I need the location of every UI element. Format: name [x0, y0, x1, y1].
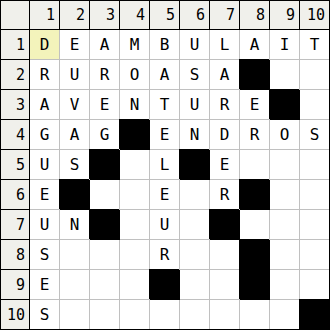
grid-cell[interactable]: A	[30, 90, 60, 120]
grid-cell[interactable]	[150, 300, 180, 330]
grid-cell[interactable]: R	[90, 60, 120, 90]
grid-cell[interactable]: G	[90, 120, 120, 150]
grid-cell[interactable]	[270, 60, 300, 90]
grid-cell[interactable]: E	[30, 180, 60, 210]
col-header: 4	[120, 0, 150, 30]
grid-cell[interactable]	[120, 150, 150, 180]
black-cell	[240, 270, 270, 300]
grid-cell[interactable]	[180, 240, 210, 270]
grid-cell[interactable]: U	[180, 30, 210, 60]
grid-cell[interactable]	[270, 150, 300, 180]
row-header: 1	[0, 30, 30, 60]
col-header: 6	[180, 0, 210, 30]
grid-cell[interactable]: S	[60, 150, 90, 180]
grid-cell[interactable]	[180, 210, 210, 240]
corner-header	[0, 0, 30, 30]
col-header: 5	[150, 0, 180, 30]
grid-cell[interactable]	[270, 270, 300, 300]
grid-cell[interactable]: R	[210, 90, 240, 120]
grid-cell[interactable]: A	[210, 60, 240, 90]
grid-cell[interactable]: M	[120, 30, 150, 60]
grid-cell[interactable]: S	[180, 60, 210, 90]
grid-cell[interactable]	[300, 150, 330, 180]
grid-cell[interactable]	[270, 210, 300, 240]
grid-cell[interactable]: N	[180, 120, 210, 150]
row-header: 2	[0, 60, 30, 90]
row-header: 9	[0, 270, 30, 300]
black-cell	[240, 180, 270, 210]
grid-cell[interactable]: T	[150, 90, 180, 120]
grid-cell[interactable]	[270, 300, 300, 330]
grid-cell[interactable]: O	[120, 60, 150, 90]
grid-cell[interactable]: A	[90, 30, 120, 60]
grid-cell[interactable]	[210, 270, 240, 300]
row-header: 4	[0, 120, 30, 150]
grid-cell[interactable]: T	[300, 30, 330, 60]
grid-cell[interactable]: N	[120, 90, 150, 120]
grid-cell[interactable]: A	[150, 60, 180, 90]
grid-cell[interactable]	[270, 240, 300, 270]
grid-cell[interactable]: S	[30, 240, 60, 270]
selected-cell[interactable]: D	[30, 30, 60, 60]
grid-cell[interactable]	[240, 150, 270, 180]
grid-cell[interactable]: U	[60, 60, 90, 90]
grid-cell[interactable]: E	[60, 30, 90, 60]
row-header: 7	[0, 210, 30, 240]
grid-cell[interactable]: L	[210, 30, 240, 60]
grid-cell[interactable]	[120, 270, 150, 300]
grid-cell[interactable]	[300, 180, 330, 210]
grid-cell[interactable]	[210, 300, 240, 330]
col-header: 8	[240, 0, 270, 30]
grid-cell[interactable]: R	[210, 180, 240, 210]
grid-cell[interactable]	[180, 270, 210, 300]
grid-cell[interactable]	[120, 240, 150, 270]
black-cell	[240, 60, 270, 90]
col-header: 1	[30, 0, 60, 30]
grid-cell[interactable]: U	[150, 210, 180, 240]
grid-cell[interactable]: G	[30, 120, 60, 150]
grid-cell[interactable]	[300, 210, 330, 240]
grid-cell[interactable]: E	[90, 90, 120, 120]
grid-cell[interactable]	[300, 270, 330, 300]
grid-cell[interactable]: A	[60, 120, 90, 150]
black-cell	[90, 150, 120, 180]
row-header: 10	[0, 300, 30, 330]
grid-cell[interactable]	[300, 240, 330, 270]
grid-cell[interactable]: V	[60, 90, 90, 120]
grid-cell[interactable]: B	[150, 30, 180, 60]
grid-cell[interactable]	[120, 300, 150, 330]
col-header: 7	[210, 0, 240, 30]
col-header: 9	[270, 0, 300, 30]
grid-cell[interactable]: N	[60, 210, 90, 240]
grid-cell[interactable]	[60, 300, 90, 330]
grid-cell[interactable]	[90, 270, 120, 300]
black-cell	[210, 210, 240, 240]
grid-cell[interactable]: R	[30, 60, 60, 90]
grid-cell[interactable]	[90, 180, 120, 210]
black-cell	[120, 120, 150, 150]
grid-cell[interactable]	[300, 60, 330, 90]
grid-cell[interactable]: E	[30, 270, 60, 300]
grid-cell[interactable]	[240, 210, 270, 240]
col-header: 2	[60, 0, 90, 30]
black-cell	[60, 180, 90, 210]
black-cell	[180, 150, 210, 180]
crossword-board: 123456789101DEAMBULAIT2RUROASA3AVENTURE4…	[0, 0, 330, 330]
black-cell	[90, 210, 120, 240]
grid-cell[interactable]	[120, 180, 150, 210]
grid-cell[interactable]	[270, 180, 300, 210]
grid-cell[interactable]: R	[240, 120, 270, 150]
grid-cell[interactable]: E	[150, 180, 180, 210]
grid-cell[interactable]: L	[150, 150, 180, 180]
grid-cell[interactable]	[120, 210, 150, 240]
grid-cell[interactable]	[90, 240, 120, 270]
grid-cell[interactable]: O	[270, 120, 300, 150]
black-cell	[270, 90, 300, 120]
row-header: 6	[0, 180, 30, 210]
row-header: 8	[0, 240, 30, 270]
grid-cell[interactable]	[180, 180, 210, 210]
black-cell	[300, 300, 330, 330]
grid-cell[interactable]: S	[30, 300, 60, 330]
black-cell	[240, 240, 270, 270]
grid-cell[interactable]: S	[300, 120, 330, 150]
grid-cell[interactable]	[240, 300, 270, 330]
grid-cell[interactable]: D	[210, 120, 240, 150]
grid-cell[interactable]: E	[240, 90, 270, 120]
grid-cell[interactable]	[60, 270, 90, 300]
grid-cell[interactable]: R	[150, 240, 180, 270]
col-header: 3	[90, 0, 120, 30]
grid-cell[interactable]	[210, 240, 240, 270]
grid-cell[interactable]: U	[30, 210, 60, 240]
grid-cell[interactable]: U	[30, 150, 60, 180]
grid-cell[interactable]: I	[270, 30, 300, 60]
grid-cell[interactable]: E	[150, 120, 180, 150]
row-header: 5	[0, 150, 30, 180]
grid-cell[interactable]	[60, 240, 90, 270]
black-cell	[150, 270, 180, 300]
grid-cell[interactable]: U	[180, 90, 210, 120]
col-header: 10	[300, 0, 330, 30]
grid-cell[interactable]	[90, 300, 120, 330]
row-header: 3	[0, 90, 30, 120]
grid-cell[interactable]	[180, 300, 210, 330]
grid-cell[interactable]: A	[240, 30, 270, 60]
grid-cell[interactable]	[300, 90, 330, 120]
grid-cell[interactable]: E	[210, 150, 240, 180]
